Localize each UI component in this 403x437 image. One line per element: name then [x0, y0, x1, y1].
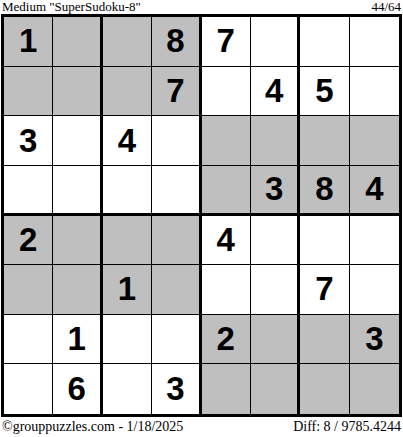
cell-r4c4[interactable]	[152, 166, 201, 216]
cell-r1c6[interactable]	[251, 17, 300, 67]
cell-r1c2[interactable]	[53, 17, 102, 67]
cell-r4c6: 3	[251, 166, 300, 216]
difficulty-text: Diff: 8 / 9785.4244	[293, 419, 401, 435]
cell-r2c1[interactable]	[4, 67, 53, 117]
cell-r8c4: 3	[152, 364, 201, 414]
cell-r6c2[interactable]	[53, 265, 102, 315]
cell-r4c3[interactable]	[103, 166, 152, 216]
cell-r8c8[interactable]	[350, 364, 399, 414]
cell-r5c6[interactable]	[251, 216, 300, 266]
cell-r7c1[interactable]	[4, 315, 53, 365]
cell-r3c2[interactable]	[53, 116, 102, 166]
footer: ©grouppuzzles.com - 1/18/2025 Diff: 8 / …	[0, 417, 403, 437]
cell-r1c1: 1	[4, 17, 53, 67]
cell-r7c4[interactable]	[152, 315, 201, 365]
cell-r4c7: 8	[300, 166, 349, 216]
cell-r5c4[interactable]	[152, 216, 201, 266]
cell-r7c5: 2	[202, 315, 251, 365]
cell-r3c5[interactable]	[202, 116, 251, 166]
cell-r5c8[interactable]	[350, 216, 399, 266]
cell-r6c3: 1	[103, 265, 152, 315]
cell-r7c8: 3	[350, 315, 399, 365]
cell-r6c1[interactable]	[4, 265, 53, 315]
cell-r2c8[interactable]	[350, 67, 399, 117]
cell-r6c7: 7	[300, 265, 349, 315]
cell-r2c6: 4	[251, 67, 300, 117]
cell-r3c1: 3	[4, 116, 53, 166]
puzzle-page: Medium "SuperSudoku-8" 44/64 18774534384…	[0, 0, 403, 437]
cell-r6c5[interactable]	[202, 265, 251, 315]
cell-r8c5[interactable]	[202, 364, 251, 414]
cell-r8c1[interactable]	[4, 364, 53, 414]
cell-r8c6[interactable]	[251, 364, 300, 414]
cell-r3c3: 4	[103, 116, 152, 166]
cell-r1c3[interactable]	[103, 17, 152, 67]
cell-r3c7[interactable]	[300, 116, 349, 166]
cell-r5c1: 2	[4, 216, 53, 266]
cell-r8c7[interactable]	[300, 364, 349, 414]
cell-r3c8[interactable]	[350, 116, 399, 166]
cell-r7c7[interactable]	[300, 315, 349, 365]
cell-r7c3[interactable]	[103, 315, 152, 365]
clue-counter: 44/64	[371, 0, 401, 13]
cell-r5c7[interactable]	[300, 216, 349, 266]
cell-r8c3[interactable]	[103, 364, 152, 414]
copyright-text: ©grouppuzzles.com - 1/18/2025	[2, 419, 183, 435]
cell-r2c3[interactable]	[103, 67, 152, 117]
header: Medium "SuperSudoku-8" 44/64	[0, 0, 403, 14]
cell-r2c7: 5	[300, 67, 349, 117]
cell-r1c5: 7	[202, 17, 251, 67]
cell-r5c3[interactable]	[103, 216, 152, 266]
cell-r8c2: 6	[53, 364, 102, 414]
cell-r6c4[interactable]	[152, 265, 201, 315]
cell-r3c4[interactable]	[152, 116, 201, 166]
cell-r4c2[interactable]	[53, 166, 102, 216]
cell-r1c8[interactable]	[350, 17, 399, 67]
cell-r2c2[interactable]	[53, 67, 102, 117]
sudoku-board: 18774534384241712363	[1, 14, 402, 417]
cell-r1c4: 8	[152, 17, 201, 67]
cell-r5c2[interactable]	[53, 216, 102, 266]
cell-r1c7[interactable]	[300, 17, 349, 67]
puzzle-title: Medium "SuperSudoku-8"	[2, 0, 141, 13]
cell-r2c4: 7	[152, 67, 201, 117]
cell-r7c2: 1	[53, 315, 102, 365]
cell-r4c5[interactable]	[202, 166, 251, 216]
cell-r4c1[interactable]	[4, 166, 53, 216]
cell-r3c6[interactable]	[251, 116, 300, 166]
cell-r6c6[interactable]	[251, 265, 300, 315]
cell-r2c5[interactable]	[202, 67, 251, 117]
cell-r5c5: 4	[202, 216, 251, 266]
cell-r4c8: 4	[350, 166, 399, 216]
cell-r6c8[interactable]	[350, 265, 399, 315]
cell-r7c6[interactable]	[251, 315, 300, 365]
